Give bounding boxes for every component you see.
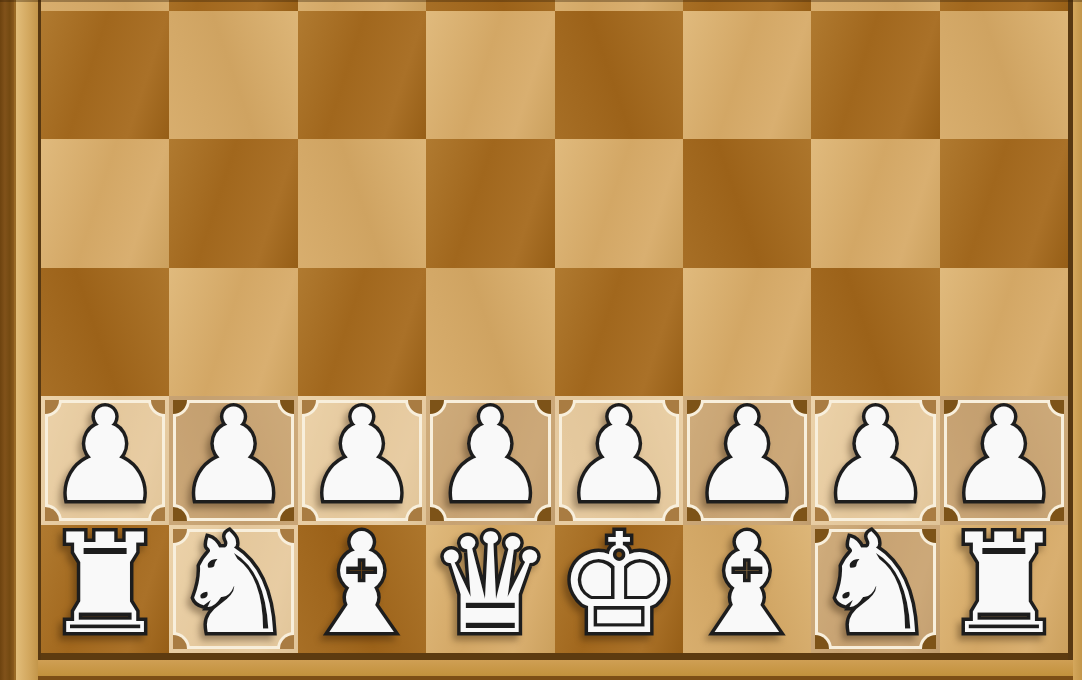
square-b4[interactable] xyxy=(169,139,297,268)
white-pawn-glyph: ♟ xyxy=(433,392,548,520)
piece-white-rook-a1[interactable]: ♜♜ xyxy=(41,525,169,654)
square-a4[interactable] xyxy=(41,139,169,268)
chess-app-window: ♟♟♟♟♟♟♟♟♟♟♟♟♟♟♟♟♜♜♞♞♝♝♛♛♚♚♝♝♞♞♜♜ xyxy=(0,0,1082,680)
white-pawn-glyph: ♟ xyxy=(818,392,933,520)
piece-white-knight-g1[interactable]: ♞♞ xyxy=(811,525,939,654)
square-f5[interactable] xyxy=(683,11,811,140)
square-e3[interactable] xyxy=(555,268,683,397)
piece-white-bishop-c1[interactable]: ♝♝ xyxy=(298,525,426,654)
board-frame-bottom-edge xyxy=(0,676,1082,680)
square-h4[interactable] xyxy=(940,139,1068,268)
square-a1[interactable]: ♜♜ xyxy=(41,525,169,654)
board-frame-left-strip xyxy=(16,0,38,680)
white-bishop-glyph: ♝ xyxy=(685,516,809,654)
board-frame-top-shadow xyxy=(0,0,1082,2)
square-d3[interactable] xyxy=(426,268,554,397)
chess-board: ♟♟♟♟♟♟♟♟♟♟♟♟♟♟♟♟♜♜♞♞♝♝♛♛♚♚♝♝♞♞♜♜ xyxy=(41,0,1068,653)
square-b5[interactable] xyxy=(169,11,297,140)
square-c1[interactable]: ♝♝ xyxy=(298,525,426,654)
white-king-glyph: ♚ xyxy=(557,516,681,654)
square-e4[interactable] xyxy=(555,139,683,268)
white-pawn-glyph: ♟ xyxy=(947,392,1062,520)
white-pawn-glyph: ♟ xyxy=(305,392,420,520)
white-pawn-glyph: ♟ xyxy=(48,392,163,520)
white-knight-glyph: ♞ xyxy=(814,516,938,654)
square-b1[interactable]: ♞♞ xyxy=(169,525,297,654)
piece-white-rook-h1[interactable]: ♜♜ xyxy=(940,525,1068,654)
white-rook-glyph: ♜ xyxy=(942,516,1066,654)
square-a3[interactable] xyxy=(41,268,169,397)
square-a5[interactable] xyxy=(41,11,169,140)
square-g1[interactable]: ♞♞ xyxy=(811,525,939,654)
board-frame-left-outer xyxy=(0,0,14,680)
square-f3[interactable] xyxy=(683,268,811,397)
square-b3[interactable] xyxy=(169,268,297,397)
square-h3[interactable] xyxy=(940,268,1068,397)
board-frame-left-line xyxy=(38,0,41,660)
square-d4[interactable] xyxy=(426,139,554,268)
white-rook-glyph: ♜ xyxy=(43,516,167,654)
board-frame-right-strip xyxy=(1073,0,1082,680)
square-c5[interactable] xyxy=(298,11,426,140)
white-pawn-glyph: ♟ xyxy=(561,392,676,520)
square-c4[interactable] xyxy=(298,139,426,268)
square-g3[interactable] xyxy=(811,268,939,397)
square-f1[interactable]: ♝♝ xyxy=(683,525,811,654)
square-d1[interactable]: ♛♛ xyxy=(426,525,554,654)
white-queen-glyph: ♛ xyxy=(429,516,553,654)
square-d5[interactable] xyxy=(426,11,554,140)
square-c3[interactable] xyxy=(298,268,426,397)
square-g5[interactable] xyxy=(811,11,939,140)
board-frame-bottom-line xyxy=(38,653,1073,660)
square-g4[interactable] xyxy=(811,139,939,268)
piece-white-bishop-f1[interactable]: ♝♝ xyxy=(683,525,811,654)
white-knight-glyph: ♞ xyxy=(172,516,296,654)
square-e5[interactable] xyxy=(555,11,683,140)
square-h5[interactable] xyxy=(940,11,1068,140)
piece-white-knight-b1[interactable]: ♞♞ xyxy=(169,525,297,654)
square-h1[interactable]: ♜♜ xyxy=(940,525,1068,654)
white-bishop-glyph: ♝ xyxy=(300,516,424,654)
white-pawn-glyph: ♟ xyxy=(690,392,805,520)
square-f4[interactable] xyxy=(683,139,811,268)
square-e1[interactable]: ♚♚ xyxy=(555,525,683,654)
white-pawn-glyph: ♟ xyxy=(176,392,291,520)
piece-white-queen-d1[interactable]: ♛♛ xyxy=(426,525,554,654)
piece-white-king-e1[interactable]: ♚♚ xyxy=(555,525,683,654)
